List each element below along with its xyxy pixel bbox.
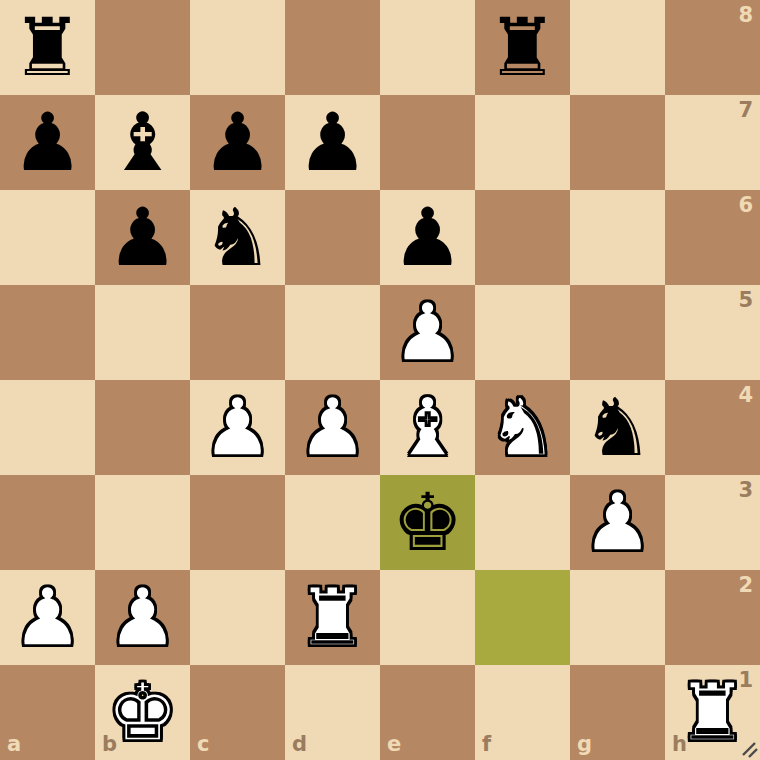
- square-c3[interactable]: [190, 475, 285, 570]
- square-g8[interactable]: [570, 0, 665, 95]
- square-f8[interactable]: ♜: [475, 0, 570, 95]
- coord-rank-2: 2: [738, 575, 753, 596]
- square-f4[interactable]: ♞: [475, 380, 570, 475]
- white-knight[interactable]: ♞: [475, 380, 570, 475]
- coord-file-h: h: [672, 734, 687, 755]
- square-a6[interactable]: [0, 190, 95, 285]
- square-a4[interactable]: [0, 380, 95, 475]
- black-rook[interactable]: ♜: [475, 0, 570, 95]
- square-e4[interactable]: ♝: [380, 380, 475, 475]
- square-a7[interactable]: ♟: [0, 95, 95, 190]
- square-d1[interactable]: d: [285, 665, 380, 760]
- square-a8[interactable]: ♜: [0, 0, 95, 95]
- resize-handle-icon[interactable]: [739, 739, 759, 759]
- square-h7[interactable]: 7: [665, 95, 760, 190]
- square-f6[interactable]: [475, 190, 570, 285]
- square-c4[interactable]: ♟: [190, 380, 285, 475]
- square-d8[interactable]: [285, 0, 380, 95]
- white-rook[interactable]: ♜: [285, 570, 380, 665]
- square-f5[interactable]: [475, 285, 570, 380]
- white-pawn[interactable]: ♟: [95, 570, 190, 665]
- square-h4[interactable]: 4: [665, 380, 760, 475]
- square-a2[interactable]: ♟: [0, 570, 95, 665]
- square-b7[interactable]: ♝: [95, 95, 190, 190]
- black-knight[interactable]: ♞: [190, 190, 285, 285]
- square-g4[interactable]: ♞: [570, 380, 665, 475]
- coord-file-g: g: [577, 734, 592, 755]
- square-e8[interactable]: [380, 0, 475, 95]
- coord-rank-3: 3: [738, 480, 753, 501]
- black-pawn[interactable]: ♟: [0, 95, 95, 190]
- square-a5[interactable]: [0, 285, 95, 380]
- square-g7[interactable]: [570, 95, 665, 190]
- square-d5[interactable]: [285, 285, 380, 380]
- square-h6[interactable]: 6: [665, 190, 760, 285]
- square-d3[interactable]: [285, 475, 380, 570]
- square-c5[interactable]: [190, 285, 285, 380]
- square-b3[interactable]: [95, 475, 190, 570]
- coord-rank-8: 8: [738, 5, 753, 26]
- square-d2[interactable]: ♜: [285, 570, 380, 665]
- coord-rank-1: 1: [738, 670, 753, 691]
- square-d4[interactable]: ♟: [285, 380, 380, 475]
- black-pawn[interactable]: ♟: [190, 95, 285, 190]
- white-pawn[interactable]: ♟: [190, 380, 285, 475]
- white-pawn[interactable]: ♟: [570, 475, 665, 570]
- square-d7[interactable]: ♟: [285, 95, 380, 190]
- black-rook[interactable]: ♜: [0, 0, 95, 95]
- square-a1[interactable]: a: [0, 665, 95, 760]
- square-h8[interactable]: 8: [665, 0, 760, 95]
- coord-file-e: e: [387, 734, 401, 755]
- square-e5[interactable]: ♟: [380, 285, 475, 380]
- square-f1[interactable]: f: [475, 665, 570, 760]
- square-g3[interactable]: ♟: [570, 475, 665, 570]
- square-g6[interactable]: [570, 190, 665, 285]
- chess-board: ♜♜8♟♝♟♟7♟♞♟6♟5♟♟♝♞♞4♚♟3♟♟♜2a♚bcdefg♜1h: [0, 0, 760, 760]
- square-c1[interactable]: c: [190, 665, 285, 760]
- black-bishop[interactable]: ♝: [95, 95, 190, 190]
- coord-file-b: b: [102, 734, 117, 755]
- square-b6[interactable]: ♟: [95, 190, 190, 285]
- white-bishop[interactable]: ♝: [380, 380, 475, 475]
- square-g2[interactable]: [570, 570, 665, 665]
- coord-rank-5: 5: [738, 290, 753, 311]
- square-h3[interactable]: 3: [665, 475, 760, 570]
- square-c2[interactable]: [190, 570, 285, 665]
- black-pawn[interactable]: ♟: [285, 95, 380, 190]
- square-e1[interactable]: e: [380, 665, 475, 760]
- black-king[interactable]: ♚: [380, 475, 475, 570]
- white-pawn[interactable]: ♟: [380, 285, 475, 380]
- square-h2[interactable]: 2: [665, 570, 760, 665]
- square-d6[interactable]: [285, 190, 380, 285]
- square-f7[interactable]: [475, 95, 570, 190]
- square-e2[interactable]: [380, 570, 475, 665]
- coord-file-d: d: [292, 734, 307, 755]
- square-b5[interactable]: [95, 285, 190, 380]
- coord-rank-4: 4: [738, 385, 753, 406]
- square-e7[interactable]: [380, 95, 475, 190]
- square-f2[interactable]: [475, 570, 570, 665]
- coord-file-c: c: [197, 734, 209, 755]
- black-knight[interactable]: ♞: [570, 380, 665, 475]
- square-b2[interactable]: ♟: [95, 570, 190, 665]
- coord-rank-7: 7: [738, 100, 753, 121]
- square-e3[interactable]: ♚: [380, 475, 475, 570]
- white-pawn[interactable]: ♟: [285, 380, 380, 475]
- square-c7[interactable]: ♟: [190, 95, 285, 190]
- coord-file-f: f: [482, 734, 491, 755]
- coord-rank-6: 6: [738, 195, 753, 216]
- square-g5[interactable]: [570, 285, 665, 380]
- square-h5[interactable]: 5: [665, 285, 760, 380]
- white-pawn[interactable]: ♟: [0, 570, 95, 665]
- square-f3[interactable]: [475, 475, 570, 570]
- square-c8[interactable]: [190, 0, 285, 95]
- square-e6[interactable]: ♟: [380, 190, 475, 285]
- square-a3[interactable]: [0, 475, 95, 570]
- square-g1[interactable]: g: [570, 665, 665, 760]
- square-b4[interactable]: [95, 380, 190, 475]
- black-pawn[interactable]: ♟: [95, 190, 190, 285]
- resize-line-2: [749, 749, 757, 757]
- coord-file-a: a: [7, 734, 21, 755]
- square-b8[interactable]: [95, 0, 190, 95]
- square-b1[interactable]: ♚b: [95, 665, 190, 760]
- square-c6[interactable]: ♞: [190, 190, 285, 285]
- black-pawn[interactable]: ♟: [380, 190, 475, 285]
